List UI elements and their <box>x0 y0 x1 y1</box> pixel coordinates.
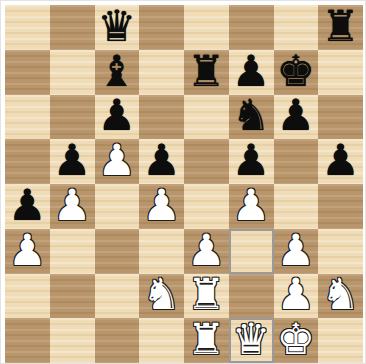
square-e4[interactable] <box>184 184 229 229</box>
square-d6[interactable] <box>139 95 184 140</box>
square-b5[interactable]: ♟ <box>50 139 95 184</box>
square-a7[interactable] <box>5 50 50 95</box>
square-c3[interactable] <box>95 229 140 274</box>
square-b1[interactable] <box>50 318 95 363</box>
square-f5[interactable]: ♟ <box>229 139 274 184</box>
square-a8[interactable] <box>5 5 50 50</box>
black-rook[interactable]: ♜ <box>187 50 226 93</box>
square-g6[interactable]: ♟ <box>274 95 319 140</box>
square-b3[interactable] <box>50 229 95 274</box>
square-d7[interactable] <box>139 50 184 95</box>
white-pawn[interactable]: ♟ <box>277 229 316 272</box>
black-pawn[interactable]: ♟ <box>232 139 271 182</box>
square-c6[interactable]: ♟ <box>95 95 140 140</box>
white-knight[interactable]: ♞ <box>321 274 360 317</box>
square-h7[interactable] <box>318 50 363 95</box>
square-g5[interactable] <box>274 139 319 184</box>
white-pawn[interactable]: ♟ <box>98 139 137 182</box>
square-f6[interactable]: ♞ <box>229 95 274 140</box>
square-f8[interactable] <box>229 5 274 50</box>
square-c5[interactable]: ♟ <box>95 139 140 184</box>
black-pawn[interactable]: ♟ <box>277 95 316 138</box>
square-g2[interactable]: ♟ <box>274 274 319 319</box>
white-pawn[interactable]: ♟ <box>8 229 47 272</box>
square-h3[interactable] <box>318 229 363 274</box>
black-bishop[interactable]: ♝ <box>98 50 137 93</box>
square-f7[interactable]: ♟ <box>229 50 274 95</box>
square-a4[interactable]: ♟ <box>5 184 50 229</box>
square-h2[interactable]: ♞ <box>318 274 363 319</box>
black-pawn[interactable]: ♟ <box>321 139 360 182</box>
white-rook[interactable]: ♜ <box>187 318 226 361</box>
square-d3[interactable] <box>139 229 184 274</box>
chess-app-window: ♛♜♝♜♟♚♟♞♟♟♟♟♟♟♟♟♟♟♟♟♟♞♜♟♞♜♛♚ <box>0 0 366 364</box>
black-pawn[interactable]: ♟ <box>142 139 181 182</box>
square-h1[interactable] <box>318 318 363 363</box>
square-h5[interactable]: ♟ <box>318 139 363 184</box>
square-d2[interactable]: ♞ <box>139 274 184 319</box>
square-c1[interactable] <box>95 318 140 363</box>
square-c7[interactable]: ♝ <box>95 50 140 95</box>
square-e8[interactable] <box>184 5 229 50</box>
black-pawn[interactable]: ♟ <box>98 95 137 138</box>
square-d8[interactable] <box>139 5 184 50</box>
square-g4[interactable] <box>274 184 319 229</box>
square-b6[interactable] <box>50 95 95 140</box>
square-g1[interactable]: ♚ <box>274 318 319 363</box>
white-king[interactable]: ♚ <box>277 318 316 361</box>
square-a2[interactable] <box>5 274 50 319</box>
white-knight[interactable]: ♞ <box>142 274 181 317</box>
square-c4[interactable] <box>95 184 140 229</box>
square-b7[interactable] <box>50 50 95 95</box>
square-e1[interactable]: ♜ <box>184 318 229 363</box>
white-pawn[interactable]: ♟ <box>187 229 226 272</box>
black-pawn[interactable]: ♟ <box>232 50 271 93</box>
square-h6[interactable] <box>318 95 363 140</box>
square-e2[interactable]: ♜ <box>184 274 229 319</box>
chessboard: ♛♜♝♜♟♚♟♞♟♟♟♟♟♟♟♟♟♟♟♟♟♞♜♟♞♜♛♚ <box>5 5 363 363</box>
white-pawn[interactable]: ♟ <box>232 184 271 227</box>
square-d4[interactable]: ♟ <box>139 184 184 229</box>
black-king[interactable]: ♚ <box>277 50 316 93</box>
white-rook[interactable]: ♜ <box>187 274 226 317</box>
square-f2[interactable] <box>229 274 274 319</box>
square-f1[interactable]: ♛ <box>229 318 274 363</box>
square-g3[interactable]: ♟ <box>274 229 319 274</box>
square-f4[interactable]: ♟ <box>229 184 274 229</box>
square-b8[interactable] <box>50 5 95 50</box>
square-a3[interactable]: ♟ <box>5 229 50 274</box>
square-h8[interactable]: ♜ <box>318 5 363 50</box>
black-knight[interactable]: ♞ <box>232 95 271 138</box>
black-pawn[interactable]: ♟ <box>53 139 92 182</box>
square-d5[interactable]: ♟ <box>139 139 184 184</box>
square-d1[interactable] <box>139 318 184 363</box>
square-a5[interactable] <box>5 139 50 184</box>
square-a1[interactable] <box>5 318 50 363</box>
black-queen[interactable]: ♛ <box>98 5 137 48</box>
black-pawn[interactable]: ♟ <box>8 184 47 227</box>
white-pawn[interactable]: ♟ <box>142 184 181 227</box>
square-e5[interactable] <box>184 139 229 184</box>
square-a6[interactable] <box>5 95 50 140</box>
white-pawn[interactable]: ♟ <box>53 184 92 227</box>
white-pawn[interactable]: ♟ <box>277 274 316 317</box>
square-e3[interactable]: ♟ <box>184 229 229 274</box>
square-b4[interactable]: ♟ <box>50 184 95 229</box>
square-b2[interactable] <box>50 274 95 319</box>
square-f3[interactable] <box>229 229 274 274</box>
square-h4[interactable] <box>318 184 363 229</box>
square-g7[interactable]: ♚ <box>274 50 319 95</box>
white-queen[interactable]: ♛ <box>232 318 271 361</box>
square-c2[interactable] <box>95 274 140 319</box>
square-c8[interactable]: ♛ <box>95 5 140 50</box>
square-e7[interactable]: ♜ <box>184 50 229 95</box>
black-rook[interactable]: ♜ <box>321 5 360 48</box>
square-g8[interactable] <box>274 5 319 50</box>
square-e6[interactable] <box>184 95 229 140</box>
